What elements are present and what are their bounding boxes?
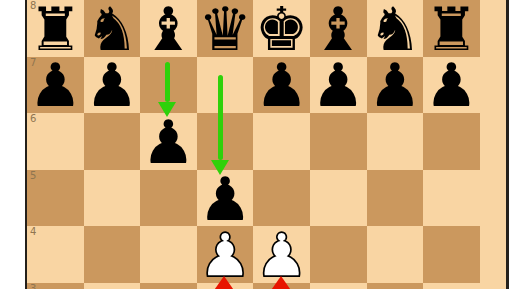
square-e3[interactable] (253, 283, 310, 289)
square-b7[interactable]: ♟ (84, 57, 141, 114)
square-f8[interactable]: ♝ (310, 0, 367, 57)
black-pawn[interactable]: ♟ (142, 114, 196, 170)
chess-board: 8♜♞♝♛♚♝♞♜7♟♟♟♟♟♟6♟5♟4♟♟3 (27, 0, 480, 289)
black-bishop[interactable]: ♝ (311, 1, 365, 57)
square-f4[interactable] (310, 226, 367, 283)
black-queen[interactable]: ♛ (198, 1, 252, 57)
square-e4[interactable]: ♟ (253, 226, 310, 283)
black-pawn[interactable]: ♟ (255, 57, 309, 113)
square-a5[interactable]: 5 (27, 170, 84, 227)
black-pawn[interactable]: ♟ (28, 57, 82, 113)
black-pawn[interactable]: ♟ (425, 57, 479, 113)
square-h3[interactable] (423, 283, 480, 289)
square-f5[interactable] (310, 170, 367, 227)
square-g4[interactable] (367, 226, 424, 283)
square-d8[interactable]: ♛ (197, 0, 254, 57)
rank-label-7: 7 (30, 58, 36, 68)
black-knight[interactable]: ♞ (368, 1, 422, 57)
square-g8[interactable]: ♞ (367, 0, 424, 57)
rank-label-3: 3 (30, 284, 36, 289)
square-h4[interactable] (423, 226, 480, 283)
black-rook[interactable]: ♜ (425, 1, 479, 57)
square-b4[interactable] (84, 226, 141, 283)
square-a3[interactable]: 3 (27, 283, 84, 289)
square-b6[interactable] (84, 113, 141, 170)
square-c6[interactable]: ♟ (140, 113, 197, 170)
chess-diagram: 8♜♞♝♛♚♝♞♜7♟♟♟♟♟♟6♟5♟4♟♟3 (0, 0, 516, 289)
square-b3[interactable] (84, 283, 141, 289)
square-d4[interactable]: ♟ (197, 226, 254, 283)
rank-label-5: 5 (30, 171, 36, 181)
board-right-margin (480, 0, 506, 289)
square-f7[interactable]: ♟ (310, 57, 367, 114)
square-h8[interactable]: ♜ (423, 0, 480, 57)
square-e5[interactable] (253, 170, 310, 227)
black-king[interactable]: ♚ (255, 1, 309, 57)
square-f3[interactable] (310, 283, 367, 289)
square-c7[interactable] (140, 57, 197, 114)
rank-label-8: 8 (30, 1, 36, 11)
square-g6[interactable] (367, 113, 424, 170)
square-e8[interactable]: ♚ (253, 0, 310, 57)
square-c8[interactable]: ♝ (140, 0, 197, 57)
square-d7[interactable] (197, 57, 254, 114)
rank-label-6: 6 (30, 114, 36, 124)
black-pawn[interactable]: ♟ (311, 57, 365, 113)
square-f6[interactable] (310, 113, 367, 170)
black-pawn[interactable]: ♟ (85, 57, 139, 113)
black-pawn[interactable]: ♟ (198, 171, 252, 227)
square-e7[interactable]: ♟ (253, 57, 310, 114)
black-rook[interactable]: ♜ (28, 1, 82, 57)
square-d3[interactable] (197, 283, 254, 289)
square-h6[interactable] (423, 113, 480, 170)
black-pawn[interactable]: ♟ (368, 57, 422, 113)
square-g7[interactable]: ♟ (367, 57, 424, 114)
square-d6[interactable] (197, 113, 254, 170)
square-e6[interactable] (253, 113, 310, 170)
board-right-border (506, 0, 509, 289)
white-pawn[interactable]: ♟ (255, 227, 309, 283)
square-a6[interactable]: 6 (27, 113, 84, 170)
square-g5[interactable] (367, 170, 424, 227)
square-a4[interactable]: 4 (27, 226, 84, 283)
square-a7[interactable]: 7♟ (27, 57, 84, 114)
square-b8[interactable]: ♞ (84, 0, 141, 57)
square-g3[interactable] (367, 283, 424, 289)
rank-label-4: 4 (30, 227, 36, 237)
square-a8[interactable]: 8♜ (27, 0, 84, 57)
square-c3[interactable] (140, 283, 197, 289)
black-knight[interactable]: ♞ (85, 1, 139, 57)
square-c4[interactable] (140, 226, 197, 283)
square-d5[interactable]: ♟ (197, 170, 254, 227)
board-left-border (25, 0, 27, 289)
black-bishop[interactable]: ♝ (142, 1, 196, 57)
square-b5[interactable] (84, 170, 141, 227)
square-h5[interactable] (423, 170, 480, 227)
square-h7[interactable]: ♟ (423, 57, 480, 114)
white-pawn[interactable]: ♟ (198, 227, 252, 283)
square-c5[interactable] (140, 170, 197, 227)
